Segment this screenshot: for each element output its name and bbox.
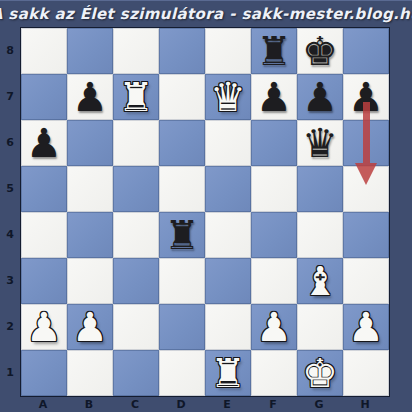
piece-white-pawn-b2[interactable]: ♟: [67, 304, 113, 350]
piece-white-bishop-g3[interactable]: ♝: [297, 258, 343, 304]
file-label-b: B: [66, 396, 112, 412]
square-b2[interactable]: ♟: [67, 304, 113, 350]
piece-white-queen-e7[interactable]: ♛: [205, 74, 251, 120]
square-h2[interactable]: ♟: [343, 304, 389, 350]
move-arrow-shaft: [363, 102, 370, 163]
square-b6[interactable]: [67, 120, 113, 166]
square-c4[interactable]: [113, 212, 159, 258]
rank-label-7: 7: [0, 73, 20, 119]
square-c5[interactable]: [113, 166, 159, 212]
square-c3[interactable]: [113, 258, 159, 304]
square-g2[interactable]: [297, 304, 343, 350]
square-e3[interactable]: [205, 258, 251, 304]
square-a5[interactable]: [21, 166, 67, 212]
rank-label-1: 1: [0, 349, 20, 395]
square-e5[interactable]: [205, 166, 251, 212]
square-e8[interactable]: [205, 28, 251, 74]
piece-white-rook-c7[interactable]: ♜: [113, 74, 159, 120]
square-g3[interactable]: ♝: [297, 258, 343, 304]
square-h8[interactable]: [343, 28, 389, 74]
square-a8[interactable]: [21, 28, 67, 74]
file-label-d: D: [158, 396, 204, 412]
square-h3[interactable]: [343, 258, 389, 304]
square-b4[interactable]: [67, 212, 113, 258]
square-d2[interactable]: [159, 304, 205, 350]
piece-white-pawn-h2[interactable]: ♟: [343, 304, 389, 350]
square-f6[interactable]: [251, 120, 297, 166]
page-title: A sakk az Élet szimulátora - sakk-mester…: [0, 1, 412, 27]
square-g7[interactable]: ♟: [297, 74, 343, 120]
square-f1[interactable]: [251, 350, 297, 396]
square-d7[interactable]: [159, 74, 205, 120]
square-b5[interactable]: [67, 166, 113, 212]
square-h1[interactable]: [343, 350, 389, 396]
piece-black-king-g8[interactable]: ♚: [297, 28, 343, 74]
square-h4[interactable]: [343, 212, 389, 258]
square-g4[interactable]: [297, 212, 343, 258]
square-e4[interactable]: [205, 212, 251, 258]
square-c1[interactable]: [113, 350, 159, 396]
piece-black-pawn-b7[interactable]: ♟: [67, 74, 113, 120]
square-a2[interactable]: ♟: [21, 304, 67, 350]
file-label-h: H: [342, 396, 388, 412]
square-d3[interactable]: [159, 258, 205, 304]
square-b3[interactable]: [67, 258, 113, 304]
square-g6[interactable]: ♛: [297, 120, 343, 166]
square-f8[interactable]: ♜: [251, 28, 297, 74]
square-b8[interactable]: [67, 28, 113, 74]
piece-black-rook-d4[interactable]: ♜: [159, 212, 205, 258]
square-g1[interactable]: ♚: [297, 350, 343, 396]
square-e2[interactable]: [205, 304, 251, 350]
square-c8[interactable]: [113, 28, 159, 74]
square-f3[interactable]: [251, 258, 297, 304]
rank-label-5: 5: [0, 165, 20, 211]
square-g5[interactable]: [297, 166, 343, 212]
square-b1[interactable]: [67, 350, 113, 396]
piece-black-pawn-f7[interactable]: ♟: [251, 74, 297, 120]
file-label-e: E: [204, 396, 250, 412]
piece-black-queen-g6[interactable]: ♛: [297, 120, 343, 166]
piece-black-pawn-a6[interactable]: ♟: [21, 120, 67, 166]
piece-white-rook-e1[interactable]: ♜: [205, 350, 251, 396]
piece-white-pawn-a2[interactable]: ♟: [21, 304, 67, 350]
square-f5[interactable]: [251, 166, 297, 212]
rank-label-6: 6: [0, 119, 20, 165]
square-f2[interactable]: ♟: [251, 304, 297, 350]
chess-board: ♜♚♟♜♛♟♟♟♟♛♜♝♟♟♟♟♜♚: [20, 27, 390, 397]
rank-label-4: 4: [0, 211, 20, 257]
square-d4[interactable]: ♜: [159, 212, 205, 258]
rank-label-3: 3: [0, 257, 20, 303]
file-label-g: G: [296, 396, 342, 412]
square-c6[interactable]: [113, 120, 159, 166]
square-a6[interactable]: ♟: [21, 120, 67, 166]
square-a1[interactable]: [21, 350, 67, 396]
square-e6[interactable]: [205, 120, 251, 166]
square-a4[interactable]: [21, 212, 67, 258]
square-f4[interactable]: [251, 212, 297, 258]
file-label-f: F: [250, 396, 296, 412]
square-e1[interactable]: ♜: [205, 350, 251, 396]
square-a3[interactable]: [21, 258, 67, 304]
square-e7[interactable]: ♛: [205, 74, 251, 120]
square-f7[interactable]: ♟: [251, 74, 297, 120]
move-arrow-head: [355, 163, 377, 185]
square-d1[interactable]: [159, 350, 205, 396]
square-d8[interactable]: [159, 28, 205, 74]
square-d6[interactable]: [159, 120, 205, 166]
square-g8[interactable]: ♚: [297, 28, 343, 74]
square-b7[interactable]: ♟: [67, 74, 113, 120]
piece-black-rook-f8[interactable]: ♜: [251, 28, 297, 74]
file-label-c: C: [112, 396, 158, 412]
file-label-a: A: [20, 396, 66, 412]
square-d5[interactable]: [159, 166, 205, 212]
rank-label-2: 2: [0, 303, 20, 349]
rank-label-8: 8: [0, 27, 20, 73]
square-c2[interactable]: [113, 304, 159, 350]
piece-white-pawn-f2[interactable]: ♟: [251, 304, 297, 350]
piece-black-pawn-g7[interactable]: ♟: [297, 74, 343, 120]
square-c7[interactable]: ♜: [113, 74, 159, 120]
piece-white-king-g1[interactable]: ♚: [297, 350, 343, 396]
square-a7[interactable]: [21, 74, 67, 120]
